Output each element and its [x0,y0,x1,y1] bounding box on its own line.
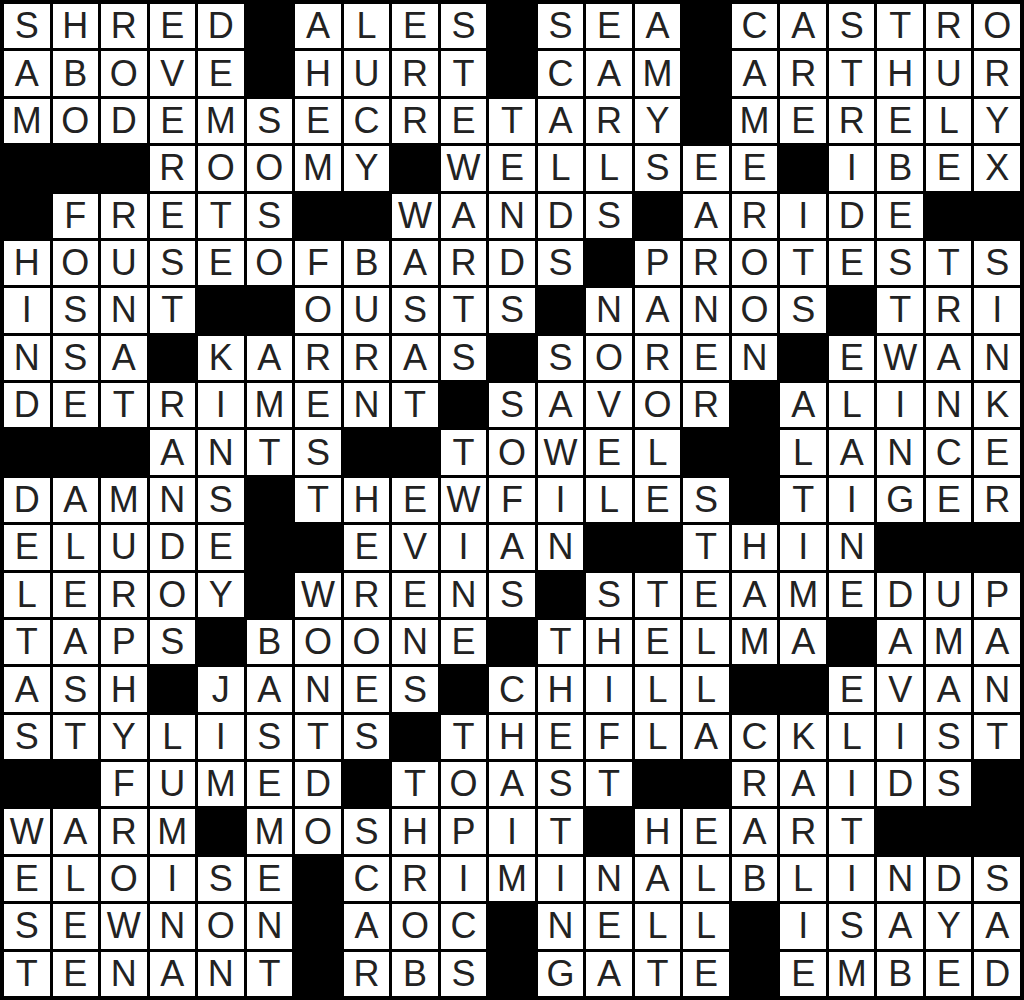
cell-r15c9[interactable]: S [392,667,438,711]
cell-r8c12[interactable]: S [538,336,584,380]
cell-r7c3[interactable]: N [101,288,147,332]
cell-r6c17[interactable]: T [780,241,826,285]
cell-r3c13[interactable]: R [586,99,632,143]
cell-r9c6[interactable]: M [247,383,293,427]
cell-r17c9[interactable]: T [392,762,438,806]
cell-r20c1[interactable]: S [4,904,50,948]
cell-r1c5[interactable]: D [198,4,244,48]
cell-r17c18[interactable]: I [829,762,875,806]
cell-r1c12[interactable]: S [538,4,584,48]
cell-r9c11[interactable]: S [489,383,535,427]
cell-r5c19[interactable]: E [877,194,923,238]
cell-r8c19[interactable]: W [877,336,923,380]
cell-r7c9[interactable]: S [392,288,438,332]
cell-r9c15[interactable]: R [683,383,729,427]
cell-r16c10[interactable]: T [441,715,487,759]
cell-r17c17[interactable]: A [780,762,826,806]
cell-r20c14[interactable]: L [635,904,681,948]
cell-r20c9[interactable]: O [392,904,438,948]
cell-r5c4[interactable]: E [150,194,196,238]
cell-r3c8[interactable]: C [344,99,390,143]
cell-r10c12[interactable]: W [538,430,584,474]
cell-r15c20[interactable]: A [926,667,972,711]
cell-r13c10[interactable]: N [441,573,487,617]
cell-r21c4[interactable]: A [150,952,196,996]
cell-r2c10[interactable]: T [441,51,487,95]
cell-r20c20[interactable]: Y [926,904,972,948]
cell-r9c13[interactable]: V [586,383,632,427]
cell-r13c15[interactable]: E [683,573,729,617]
cell-r4c8[interactable]: Y [344,146,390,190]
cell-r20c4[interactable]: N [150,904,196,948]
cell-r9c14[interactable]: O [635,383,681,427]
cell-r4c6[interactable]: O [247,146,293,190]
cell-r5c2[interactable]: F [53,194,99,238]
cell-r12c18[interactable]: N [829,525,875,569]
cell-r5c16[interactable]: R [732,194,778,238]
cell-r21c5[interactable]: N [198,952,244,996]
cell-r11c15[interactable]: S [683,478,729,522]
cell-r6c14[interactable]: P [635,241,681,285]
cell-r7c16[interactable]: O [732,288,778,332]
cell-r16c17[interactable]: K [780,715,826,759]
cell-r21c18[interactable]: M [829,952,875,996]
cell-r6c6[interactable]: O [247,241,293,285]
cell-r8c6[interactable]: A [247,336,293,380]
cell-r20c13[interactable]: E [586,904,632,948]
cell-r2c4[interactable]: V [150,51,196,95]
cell-r11c18[interactable]: I [829,478,875,522]
cell-r18c3[interactable]: R [101,809,147,853]
cell-r12c17[interactable]: I [780,525,826,569]
cell-r19c20[interactable]: D [926,857,972,901]
cell-r5c17[interactable]: I [780,194,826,238]
cell-r13c21[interactable]: P [974,573,1020,617]
cell-r7c14[interactable]: A [635,288,681,332]
cell-r13c11[interactable]: S [489,573,535,617]
cell-r7c4[interactable]: T [150,288,196,332]
cell-r16c1[interactable]: S [4,715,50,759]
cell-r11c4[interactable]: N [150,478,196,522]
cell-r9c21[interactable]: K [974,383,1020,427]
cell-r10c14[interactable]: L [635,430,681,474]
cell-r2c20[interactable]: U [926,51,972,95]
cell-r14c6[interactable]: B [247,620,293,664]
cell-r16c20[interactable]: S [926,715,972,759]
cell-r19c10[interactable]: I [441,857,487,901]
cell-r3c2[interactable]: O [53,99,99,143]
cell-r19c21[interactable]: S [974,857,1020,901]
cell-r5c10[interactable]: A [441,194,487,238]
cell-r4c5[interactable]: O [198,146,244,190]
cell-r16c14[interactable]: L [635,715,681,759]
cell-r13c14[interactable]: T [635,573,681,617]
cell-r6c5[interactable]: E [198,241,244,285]
cell-r6c20[interactable]: T [926,241,972,285]
cell-r14c1[interactable]: T [4,620,50,664]
cell-r9c3[interactable]: T [101,383,147,427]
cell-r4c4[interactable]: R [150,146,196,190]
cell-r17c11[interactable]: A [489,762,535,806]
cell-r13c7[interactable]: W [295,573,341,617]
cell-r9c4[interactable]: R [150,383,196,427]
cell-r1c3[interactable]: R [101,4,147,48]
cell-r9c19[interactable]: I [877,383,923,427]
cell-r3c17[interactable]: E [780,99,826,143]
cell-r3c19[interactable]: E [877,99,923,143]
cell-r4c15[interactable]: E [683,146,729,190]
cell-r5c18[interactable]: D [829,194,875,238]
cell-r11c1[interactable]: D [4,478,50,522]
cell-r17c16[interactable]: R [732,762,778,806]
cell-r10c21[interactable]: E [974,430,1020,474]
cell-r11c12[interactable]: I [538,478,584,522]
cell-r16c8[interactable]: S [344,715,390,759]
cell-r9c20[interactable]: N [926,383,972,427]
cell-r18c4[interactable]: M [150,809,196,853]
cell-r13c2[interactable]: E [53,573,99,617]
cell-r15c5[interactable]: J [198,667,244,711]
cell-r7c21[interactable]: I [974,288,1020,332]
cell-r9c12[interactable]: A [538,383,584,427]
cell-r21c1[interactable]: T [4,952,50,996]
cell-r20c18[interactable]: S [829,904,875,948]
cell-r21c9[interactable]: B [392,952,438,996]
cell-r16c19[interactable]: I [877,715,923,759]
cell-r14c10[interactable]: E [441,620,487,664]
cell-r13c9[interactable]: E [392,573,438,617]
cell-r14c13[interactable]: H [586,620,632,664]
cell-r18c17[interactable]: R [780,809,826,853]
cell-r2c1[interactable]: A [4,51,50,95]
cell-r9c1[interactable]: D [4,383,50,427]
cell-r11c8[interactable]: H [344,478,390,522]
cell-r4c10[interactable]: W [441,146,487,190]
cell-r3c7[interactable]: E [295,99,341,143]
cell-r17c10[interactable]: O [441,762,487,806]
cell-r2c18[interactable]: T [829,51,875,95]
cell-r15c3[interactable]: H [101,667,147,711]
cell-r8c7[interactable]: R [295,336,341,380]
cell-r11c7[interactable]: T [295,478,341,522]
cell-r6c2[interactable]: O [53,241,99,285]
cell-r14c7[interactable]: O [295,620,341,664]
cell-r15c19[interactable]: V [877,667,923,711]
cell-r20c17[interactable]: I [780,904,826,948]
cell-r8c16[interactable]: N [732,336,778,380]
cell-r7c17[interactable]: S [780,288,826,332]
cell-r13c5[interactable]: Y [198,573,244,617]
cell-r9c8[interactable]: N [344,383,390,427]
cell-r6c1[interactable]: H [4,241,50,285]
cell-r21c17[interactable]: E [780,952,826,996]
cell-r6c19[interactable]: S [877,241,923,285]
cell-r19c1[interactable]: E [4,857,50,901]
cell-r1c20[interactable]: R [926,4,972,48]
cell-r20c10[interactable]: C [441,904,487,948]
cell-r18c10[interactable]: P [441,809,487,853]
cell-r5c15[interactable]: A [683,194,729,238]
cell-r4c11[interactable]: E [489,146,535,190]
cell-r11c19[interactable]: G [877,478,923,522]
cell-r21c21[interactable]: D [974,952,1020,996]
cell-r11c2[interactable]: A [53,478,99,522]
cell-r16c11[interactable]: H [489,715,535,759]
cell-r8c5[interactable]: K [198,336,244,380]
cell-r16c13[interactable]: F [586,715,632,759]
cell-r11c20[interactable]: E [926,478,972,522]
cell-r18c14[interactable]: H [635,809,681,853]
cell-r10c7[interactable]: S [295,430,341,474]
cell-r15c18[interactable]: E [829,667,875,711]
cell-r18c16[interactable]: A [732,809,778,853]
cell-r20c3[interactable]: W [101,904,147,948]
cell-r13c16[interactable]: A [732,573,778,617]
cell-r21c13[interactable]: A [586,952,632,996]
cell-r20c15[interactable]: L [683,904,729,948]
cell-r6c21[interactable]: S [974,241,1020,285]
cell-r19c5[interactable]: S [198,857,244,901]
cell-r19c17[interactable]: L [780,857,826,901]
cell-r3c20[interactable]: L [926,99,972,143]
cell-r21c10[interactable]: S [441,952,487,996]
cell-r20c6[interactable]: N [247,904,293,948]
cell-r1c19[interactable]: T [877,4,923,48]
cell-r10c18[interactable]: A [829,430,875,474]
cell-r1c18[interactable]: S [829,4,875,48]
cell-r1c16[interactable]: C [732,4,778,48]
cell-r15c7[interactable]: N [295,667,341,711]
cell-r19c11[interactable]: M [489,857,535,901]
cell-r17c20[interactable]: S [926,762,972,806]
cell-r4c13[interactable]: L [586,146,632,190]
cell-r7c20[interactable]: R [926,288,972,332]
cell-r2c7[interactable]: H [295,51,341,95]
cell-r20c19[interactable]: A [877,904,923,948]
cell-r4c7[interactable]: M [295,146,341,190]
cell-r9c5[interactable]: I [198,383,244,427]
cell-r5c11[interactable]: N [489,194,535,238]
cell-r6c12[interactable]: S [538,241,584,285]
cell-r19c3[interactable]: O [101,857,147,901]
cell-r14c14[interactable]: E [635,620,681,664]
cell-r18c12[interactable]: T [538,809,584,853]
cell-r11c9[interactable]: E [392,478,438,522]
cell-r21c15[interactable]: E [683,952,729,996]
cell-r11c5[interactable]: S [198,478,244,522]
cell-r19c6[interactable]: E [247,857,293,901]
cell-r10c4[interactable]: A [150,430,196,474]
cell-r11c17[interactable]: T [780,478,826,522]
cell-r10c6[interactable]: T [247,430,293,474]
cell-r5c12[interactable]: D [538,194,584,238]
cell-r21c8[interactable]: R [344,952,390,996]
cell-r9c7[interactable]: E [295,383,341,427]
cell-r21c20[interactable]: E [926,952,972,996]
cell-r8c14[interactable]: R [635,336,681,380]
cell-r17c3[interactable]: F [101,762,147,806]
cell-r20c2[interactable]: E [53,904,99,948]
cell-r14c17[interactable]: A [780,620,826,664]
cell-r13c13[interactable]: S [586,573,632,617]
cell-r12c16[interactable]: H [732,525,778,569]
cell-r2c5[interactable]: E [198,51,244,95]
cell-r2c17[interactable]: R [780,51,826,95]
cell-r15c2[interactable]: S [53,667,99,711]
cell-r15c14[interactable]: L [635,667,681,711]
cell-r10c13[interactable]: E [586,430,632,474]
cell-r1c1[interactable]: S [4,4,50,48]
cell-r8c9[interactable]: A [392,336,438,380]
cell-r9c9[interactable]: T [392,383,438,427]
cell-r1c13[interactable]: E [586,4,632,48]
cell-r2c21[interactable]: R [974,51,1020,95]
cell-r17c12[interactable]: S [538,762,584,806]
cell-r6c4[interactable]: S [150,241,196,285]
cell-r14c12[interactable]: T [538,620,584,664]
cell-r14c8[interactable]: O [344,620,390,664]
cell-r4c12[interactable]: L [538,146,584,190]
cell-r17c13[interactable]: T [586,762,632,806]
cell-r4c16[interactable]: E [732,146,778,190]
cell-r9c17[interactable]: A [780,383,826,427]
cell-r19c19[interactable]: N [877,857,923,901]
cell-r16c12[interactable]: E [538,715,584,759]
cell-r14c3[interactable]: P [101,620,147,664]
cell-r19c4[interactable]: I [150,857,196,901]
cell-r2c12[interactable]: C [538,51,584,95]
cell-r14c16[interactable]: M [732,620,778,664]
cell-r11c10[interactable]: W [441,478,487,522]
cell-r13c3[interactable]: R [101,573,147,617]
cell-r21c2[interactable]: E [53,952,99,996]
cell-r17c4[interactable]: U [150,762,196,806]
cell-r19c9[interactable]: R [392,857,438,901]
cell-r3c3[interactable]: D [101,99,147,143]
cell-r6c9[interactable]: A [392,241,438,285]
cell-r2c8[interactable]: U [344,51,390,95]
cell-r17c7[interactable]: D [295,762,341,806]
cell-r11c14[interactable]: E [635,478,681,522]
cell-r1c17[interactable]: A [780,4,826,48]
cell-r8c8[interactable]: R [344,336,390,380]
cell-r6c3[interactable]: U [101,241,147,285]
cell-r19c2[interactable]: L [53,857,99,901]
cell-r5c13[interactable]: S [586,194,632,238]
cell-r14c15[interactable]: L [683,620,729,664]
cell-r20c5[interactable]: O [198,904,244,948]
cell-r16c4[interactable]: L [150,715,196,759]
cell-r21c19[interactable]: B [877,952,923,996]
cell-r15c15[interactable]: L [683,667,729,711]
cell-r19c14[interactable]: A [635,857,681,901]
cell-r16c21[interactable]: T [974,715,1020,759]
cell-r7c10[interactable]: T [441,288,487,332]
cell-r6c18[interactable]: E [829,241,875,285]
cell-r1c14[interactable]: A [635,4,681,48]
cell-r4c14[interactable]: S [635,146,681,190]
cell-r21c12[interactable]: G [538,952,584,996]
cell-r12c15[interactable]: T [683,525,729,569]
cell-r15c21[interactable]: N [974,667,1020,711]
cell-r12c10[interactable]: I [441,525,487,569]
cell-r12c4[interactable]: D [150,525,196,569]
cell-r20c21[interactable]: A [974,904,1020,948]
cell-r4c19[interactable]: B [877,146,923,190]
cell-r2c13[interactable]: A [586,51,632,95]
cell-r1c4[interactable]: E [150,4,196,48]
cell-r7c13[interactable]: N [586,288,632,332]
cell-r8c20[interactable]: A [926,336,972,380]
cell-r19c18[interactable]: I [829,857,875,901]
cell-r3c12[interactable]: A [538,99,584,143]
cell-r18c15[interactable]: E [683,809,729,853]
cell-r12c3[interactable]: U [101,525,147,569]
cell-r10c20[interactable]: C [926,430,972,474]
cell-r8c1[interactable]: N [4,336,50,380]
cell-r17c6[interactable]: E [247,762,293,806]
cell-r7c15[interactable]: N [683,288,729,332]
cell-r18c9[interactable]: H [392,809,438,853]
cell-r16c16[interactable]: C [732,715,778,759]
cell-r12c8[interactable]: E [344,525,390,569]
cell-r11c11[interactable]: F [489,478,535,522]
cell-r9c2[interactable]: E [53,383,99,427]
cell-r8c18[interactable]: E [829,336,875,380]
cell-r6c11[interactable]: D [489,241,535,285]
cell-r19c13[interactable]: N [586,857,632,901]
cell-r11c3[interactable]: M [101,478,147,522]
cell-r16c3[interactable]: Y [101,715,147,759]
cell-r18c2[interactable]: A [53,809,99,853]
cell-r15c11[interactable]: C [489,667,535,711]
cell-r21c3[interactable]: N [101,952,147,996]
cell-r14c21[interactable]: A [974,620,1020,664]
cell-r14c4[interactable]: S [150,620,196,664]
cell-r1c8[interactable]: L [344,4,390,48]
cell-r18c1[interactable]: W [4,809,50,853]
cell-r3c6[interactable]: S [247,99,293,143]
cell-r12c11[interactable]: A [489,525,535,569]
cell-r3c18[interactable]: R [829,99,875,143]
cell-r6c8[interactable]: B [344,241,390,285]
cell-r7c8[interactable]: U [344,288,390,332]
cell-r17c5[interactable]: M [198,762,244,806]
cell-r19c8[interactable]: C [344,857,390,901]
cell-r4c21[interactable]: X [974,146,1020,190]
cell-r18c8[interactable]: S [344,809,390,853]
cell-r2c9[interactable]: R [392,51,438,95]
cell-r3c10[interactable]: E [441,99,487,143]
cell-r10c10[interactable]: T [441,430,487,474]
cell-r12c12[interactable]: N [538,525,584,569]
cell-r21c6[interactable]: T [247,952,293,996]
cell-r16c15[interactable]: A [683,715,729,759]
cell-r2c2[interactable]: B [53,51,99,95]
cell-r2c19[interactable]: H [877,51,923,95]
cell-r13c19[interactable]: D [877,573,923,617]
cell-r15c1[interactable]: A [4,667,50,711]
cell-r8c15[interactable]: E [683,336,729,380]
cell-r1c21[interactable]: O [974,4,1020,48]
cell-r10c11[interactable]: O [489,430,535,474]
cell-r14c9[interactable]: N [392,620,438,664]
cell-r13c4[interactable]: O [150,573,196,617]
cell-r14c20[interactable]: M [926,620,972,664]
cell-r13c20[interactable]: U [926,573,972,617]
cell-r2c16[interactable]: A [732,51,778,95]
cell-r7c11[interactable]: S [489,288,535,332]
